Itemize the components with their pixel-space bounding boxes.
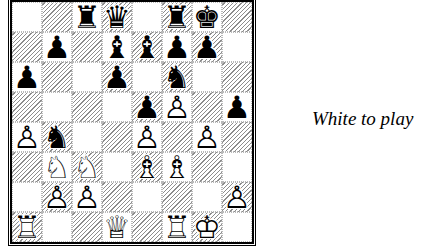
black-pawn-piece: ♟♟ (42, 32, 72, 62)
black-pawn-piece: ♟♟ (12, 62, 42, 92)
black-pawn-piece: ♟♟ (222, 92, 252, 122)
chess-board: ♜♜♛♛♜♜♚♚♟♟♝♝♝♝♟♟♟♟♟♟♟♟♞♞♟♟♟♙♟♟♟♙♞♞♟♙♟♙♞♘… (10, 0, 254, 244)
square-h4[interactable] (222, 122, 252, 152)
square-g7[interactable]: ♟♟ (192, 32, 222, 62)
square-b2[interactable]: ♟♙ (42, 182, 72, 212)
square-a8[interactable] (12, 2, 42, 32)
side-to-move-caption: White to play (312, 108, 413, 130)
square-d1[interactable]: ♛♕ (102, 212, 132, 242)
white-pawn-piece: ♟♙ (72, 182, 102, 212)
black-queen-piece: ♛♛ (102, 2, 132, 32)
black-pawn-piece: ♟♟ (192, 32, 222, 62)
black-pawn-piece: ♟♟ (132, 92, 162, 122)
square-c7[interactable] (72, 32, 102, 62)
square-c6[interactable] (72, 62, 102, 92)
square-b8[interactable] (42, 2, 72, 32)
square-a1[interactable]: ♜♖ (12, 212, 42, 242)
square-e5[interactable]: ♟♟ (132, 92, 162, 122)
square-f3[interactable]: ♝♗ (162, 152, 192, 182)
square-h8[interactable] (222, 2, 252, 32)
white-rook-piece: ♜♖ (12, 212, 42, 242)
black-rook-piece: ♜♜ (72, 2, 102, 32)
black-pawn-piece: ♟♟ (162, 32, 192, 62)
square-d3[interactable] (102, 152, 132, 182)
black-rook-piece: ♜♜ (162, 2, 192, 32)
square-e6[interactable] (132, 62, 162, 92)
square-a7[interactable] (12, 32, 42, 62)
square-c4[interactable] (72, 122, 102, 152)
square-b5[interactable] (42, 92, 72, 122)
white-pawn-piece: ♟♙ (42, 182, 72, 212)
square-d8[interactable]: ♛♛ (102, 2, 132, 32)
square-f1[interactable]: ♜♖ (162, 212, 192, 242)
white-pawn-piece: ♟♙ (162, 92, 192, 122)
black-knight-piece: ♞♞ (42, 122, 72, 152)
white-queen-piece: ♛♕ (102, 212, 132, 242)
square-b7[interactable]: ♟♟ (42, 32, 72, 62)
black-king-piece: ♚♚ (192, 2, 222, 32)
black-bishop-piece: ♝♝ (102, 32, 132, 62)
square-h5[interactable]: ♟♟ (222, 92, 252, 122)
square-h3[interactable] (222, 152, 252, 182)
board-grid: ♜♜♛♛♜♜♚♚♟♟♝♝♝♝♟♟♟♟♟♟♟♟♞♞♟♟♟♙♟♟♟♙♞♞♟♙♟♙♞♘… (12, 2, 252, 242)
square-g2[interactable] (192, 182, 222, 212)
square-g5[interactable] (192, 92, 222, 122)
square-g3[interactable] (192, 152, 222, 182)
black-pawn-piece: ♟♟ (102, 62, 132, 92)
square-h2[interactable]: ♟♙ (222, 182, 252, 212)
square-c3[interactable]: ♞♘ (72, 152, 102, 182)
white-pawn-piece: ♟♙ (222, 182, 252, 212)
black-knight-piece: ♞♞ (162, 62, 192, 92)
square-g6[interactable] (192, 62, 222, 92)
black-bishop-piece: ♝♝ (132, 32, 162, 62)
square-c1[interactable] (72, 212, 102, 242)
square-a6[interactable]: ♟♟ (12, 62, 42, 92)
white-bishop-piece: ♝♗ (132, 152, 162, 182)
square-a3[interactable] (12, 152, 42, 182)
square-g1[interactable]: ♚♔ (192, 212, 222, 242)
square-b6[interactable] (42, 62, 72, 92)
square-e4[interactable]: ♟♙ (132, 122, 162, 152)
white-bishop-piece: ♝♗ (162, 152, 192, 182)
square-e7[interactable]: ♝♝ (132, 32, 162, 62)
square-d7[interactable]: ♝♝ (102, 32, 132, 62)
square-d2[interactable] (102, 182, 132, 212)
square-f4[interactable] (162, 122, 192, 152)
white-pawn-piece: ♟♙ (132, 122, 162, 152)
square-d4[interactable] (102, 122, 132, 152)
square-d5[interactable] (102, 92, 132, 122)
square-h6[interactable] (222, 62, 252, 92)
white-king-piece: ♚♔ (192, 212, 222, 242)
square-g8[interactable]: ♚♚ (192, 2, 222, 32)
square-f7[interactable]: ♟♟ (162, 32, 192, 62)
square-a2[interactable] (12, 182, 42, 212)
white-pawn-piece: ♟♙ (12, 122, 42, 152)
square-g4[interactable]: ♟♙ (192, 122, 222, 152)
white-knight-piece: ♞♘ (42, 152, 72, 182)
square-e8[interactable] (132, 2, 162, 32)
square-c2[interactable]: ♟♙ (72, 182, 102, 212)
square-f2[interactable] (162, 182, 192, 212)
square-a4[interactable]: ♟♙ (12, 122, 42, 152)
square-f8[interactable]: ♜♜ (162, 2, 192, 32)
square-f5[interactable]: ♟♙ (162, 92, 192, 122)
white-pawn-piece: ♟♙ (192, 122, 222, 152)
square-b4[interactable]: ♞♞ (42, 122, 72, 152)
square-b1[interactable] (42, 212, 72, 242)
square-h1[interactable] (222, 212, 252, 242)
square-c5[interactable] (72, 92, 102, 122)
square-d6[interactable]: ♟♟ (102, 62, 132, 92)
square-f6[interactable]: ♞♞ (162, 62, 192, 92)
square-c8[interactable]: ♜♜ (72, 2, 102, 32)
white-rook-piece: ♜♖ (162, 212, 192, 242)
square-h7[interactable] (222, 32, 252, 62)
square-a5[interactable] (12, 92, 42, 122)
white-knight-piece: ♞♘ (72, 152, 102, 182)
square-e1[interactable] (132, 212, 162, 242)
page: ♜♜♛♛♜♜♚♚♟♟♝♝♝♝♟♟♟♟♟♟♟♟♞♞♟♟♟♙♟♟♟♙♞♞♟♙♟♙♞♘… (0, 0, 437, 248)
square-e3[interactable]: ♝♗ (132, 152, 162, 182)
square-b3[interactable]: ♞♘ (42, 152, 72, 182)
square-e2[interactable] (132, 182, 162, 212)
